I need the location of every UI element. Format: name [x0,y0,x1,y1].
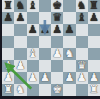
square-f2[interactable]: ♟ [63,72,75,84]
square-a7[interactable]: ♟ [2,12,14,24]
square-e1[interactable]: ♚ [51,84,63,96]
white-knight-f4[interactable]: ♞ [64,48,74,60]
square-c1[interactable] [27,84,39,96]
square-g2[interactable]: ♟ [76,72,88,84]
square-e6[interactable]: ♟ [51,24,63,36]
white-pawn-d2[interactable]: ♟ [40,72,50,84]
square-e3[interactable] [51,60,63,72]
square-h5[interactable] [88,36,100,48]
black-pawn-b7[interactable]: ♟ [15,12,25,24]
square-h4[interactable] [88,48,100,60]
black-bishop-g7[interactable]: ♝ [77,12,87,24]
black-pawn-d6[interactable]: ♟ [40,24,50,36]
square-a5[interactable] [2,36,14,48]
black-pawn-c6[interactable]: ♟ [28,24,38,36]
white-pawn-g2[interactable]: ♟ [77,72,87,84]
square-b1[interactable]: ♞ [14,84,26,96]
square-h7[interactable]: ♟ [88,12,100,24]
black-bishop-c8[interactable]: ♝ [28,0,38,12]
square-b7[interactable]: ♟ [14,12,26,24]
square-h1[interactable]: ♜ [88,84,100,96]
white-king-e1[interactable]: ♚ [52,84,62,96]
square-e4[interactable]: ♟ [51,48,63,60]
square-a6[interactable] [2,24,14,36]
square-d8[interactable] [39,0,51,12]
square-c8[interactable]: ♝ [27,0,39,12]
square-d6[interactable]: ♟ [39,24,51,36]
square-g6[interactable] [76,24,88,36]
square-b3[interactable]: ♟ [14,60,26,72]
black-pawn-h7[interactable]: ♟ [89,12,99,24]
square-g1[interactable] [76,84,88,96]
square-c2[interactable]: ♟ [27,72,39,84]
square-a1[interactable]: ♜ [2,84,14,96]
white-pawn-f2[interactable]: ♟ [64,72,74,84]
square-d1[interactable] [39,84,51,96]
white-rook-a1[interactable]: ♜ [3,84,13,96]
black-pawn-f6[interactable]: ♟ [64,24,74,36]
square-d4[interactable] [39,48,51,60]
square-f6[interactable]: ♟ [63,24,75,36]
chess-board: ♜♞♝♚♞♜♟♟♛♝♟♟♟♟♟♝♟♞♝♟♛♟♟♟♟♟♟♜♞♚♜ [2,0,100,96]
app-background: ♜♞♝♚♞♜♟♟♛♝♟♟♟♟♟♝♟♞♝♟♛♟♟♟♟♟♟♜♞♚♜ [0,0,100,99]
white-pawn-e4[interactable]: ♟ [52,48,62,60]
white-bishop-c4[interactable]: ♝ [28,48,38,60]
square-g7[interactable]: ♝ [76,12,88,24]
square-d5[interactable] [39,36,51,48]
white-pawn-b3[interactable]: ♟ [15,60,25,72]
square-b5[interactable] [14,36,26,48]
square-g5[interactable] [76,36,88,48]
square-c6[interactable]: ♟ [27,24,39,36]
square-f1[interactable] [63,84,75,96]
square-h6[interactable] [88,24,100,36]
white-rook-h1[interactable]: ♜ [89,84,99,96]
square-c4[interactable]: ♝ [27,48,39,60]
black-pawn-a7[interactable]: ♟ [3,12,13,24]
white-pawn-c2[interactable]: ♟ [28,72,38,84]
square-b6[interactable] [14,24,26,36]
square-d2[interactable]: ♟ [39,72,51,84]
square-f8[interactable] [63,0,75,12]
square-f4[interactable]: ♞ [63,48,75,60]
white-knight-b1[interactable]: ♞ [15,84,25,96]
black-pawn-e6[interactable]: ♟ [52,24,62,36]
